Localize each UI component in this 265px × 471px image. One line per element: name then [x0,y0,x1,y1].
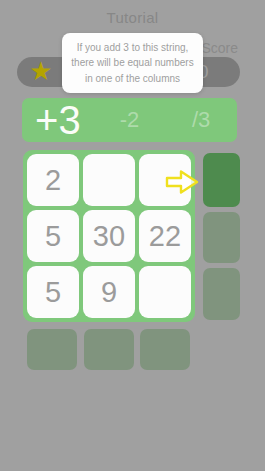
tooltip-line: If you add 3 to this string, [77,40,189,56]
row-indicator-cell-1[interactable] [203,212,240,263]
grid-cell-r2c1[interactable]: 9 [83,266,135,318]
operation-div3-button[interactable]: /3 [165,98,237,142]
grid-cell-r1c0[interactable]: 5 [27,210,79,262]
tutorial-tooltip: If you add 3 to this string, there will … [62,33,203,93]
grid-cell-r2c2[interactable] [139,266,191,318]
operation-minus2-button[interactable]: -2 [94,98,166,142]
row-indicator-cell-2[interactable] [203,268,240,320]
score-label: Score [201,40,238,56]
grid-cell-r1c2[interactable]: 22 [139,210,191,262]
tooltip-line: in one of the columns [85,71,180,87]
grid-cell-r1c1[interactable]: 30 [83,210,135,262]
star-icon: ★ [26,57,56,87]
operations-bar: +3 -2 /3 [22,98,237,142]
operation-plus3-button[interactable]: +3 [22,98,94,142]
column-indicator-cell-2[interactable] [140,329,190,370]
grid-cell-r2c0[interactable]: 5 [27,266,79,318]
column-indicator-cell-1[interactable] [84,329,134,370]
tooltip-line: there will be equal numbers [71,55,193,71]
column-indicator-cell-0[interactable] [27,329,77,370]
tutorial-screen: Tutorial Score ★ 0 If you add 3 to this … [0,0,265,471]
grid-cell-r0c1[interactable] [83,154,135,206]
page-title: Tutorial [0,9,265,26]
grid-cell-r0c0[interactable]: 2 [27,154,79,206]
tutorial-arrow-icon [165,169,200,199]
row-indicator-cell-0[interactable] [203,153,240,207]
